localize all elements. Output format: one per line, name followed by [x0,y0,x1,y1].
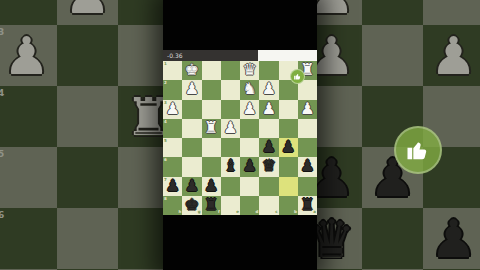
white-pawn: ♟ [242,101,256,118]
square-h6[interactable]: 6 [163,157,182,176]
file-label: b [294,210,297,214]
background-square-g6 [57,208,118,269]
background-square-g3 [57,25,118,86]
eval-score: -0.36 [167,52,183,59]
square-c3[interactable]: ♟ [259,100,278,119]
square-f8[interactable]: f♜ [202,196,221,215]
background-white-pawn: ♟ [430,30,477,82]
black-pawn: ♟ [204,178,218,195]
square-h8[interactable]: 8h [163,196,182,215]
square-f6[interactable] [202,157,221,176]
white-pawn: ♟ [262,101,276,118]
square-d8[interactable]: d [240,196,259,215]
square-b4[interactable] [279,119,298,138]
square-f1[interactable] [202,61,221,80]
rank-label: 1 [164,62,167,66]
square-h7[interactable]: 7♟ [163,177,182,196]
background-square-a2 [423,0,480,25]
file-label: g [198,210,201,214]
rank-label: 4 [164,120,167,124]
white-pawn: ♟ [300,101,314,118]
black-pawn: ♟ [165,178,179,195]
square-e4[interactable]: ♟ [221,119,240,138]
square-c1[interactable] [259,61,278,80]
square-d3[interactable]: ♟ [240,100,259,119]
white-pawn: ♟ [262,81,276,98]
square-e5[interactable] [221,138,240,157]
square-a7[interactable] [298,177,317,196]
background-square-g5 [57,147,118,208]
square-c2[interactable]: ♟ [259,80,278,99]
white-queen: ♛ [242,62,256,79]
square-g6[interactable] [182,157,201,176]
square-b8[interactable]: b [279,196,298,215]
square-h2[interactable]: 2 [163,80,182,99]
background-square-a6: ♟ [423,208,480,269]
black-pawn: ♟ [242,158,256,175]
rank-label: 6 [164,158,167,162]
rank-label: 3 [164,101,167,105]
square-d6[interactable]: ♟ [240,157,259,176]
square-e7[interactable] [221,177,240,196]
background-square-b2 [362,0,423,25]
top-letterbox [163,0,317,50]
file-label: h [178,210,181,214]
file-label: a [313,210,316,214]
square-h3[interactable]: 3♟ [163,100,182,119]
square-f7[interactable]: ♟ [202,177,221,196]
square-f5[interactable] [202,138,221,157]
black-pawn: ♟ [300,158,314,175]
video-frame: ♟♞♟3♟♟♟♟4♜♟5♟♟6♝♟♛♟♟♟♟ -0.36 1♚♛♜2♟♞♟3♟♟… [0,0,480,270]
white-pawn: ♟ [185,81,199,98]
background-square-h4: 4 [0,86,57,147]
background-rank-label: 4 [0,88,4,98]
square-a5[interactable] [298,138,317,157]
chess-board: 1♚♛♜2♟♞♟3♟♟♟♟4♜♟5♟♟6♝♟♛♟7♟♟♟8hg♚f♜edcba♜ [163,61,317,215]
white-pawn: ♟ [165,101,179,118]
square-a8[interactable]: a♜ [298,196,317,215]
square-d5[interactable] [240,138,259,157]
square-h5[interactable]: 5 [163,138,182,157]
square-e8[interactable]: e [221,196,240,215]
white-king: ♚ [185,62,199,79]
background-white-pawn: ♟ [64,0,111,21]
background-square-h2 [0,0,57,25]
excellent-move-badge [290,69,305,84]
square-c6[interactable]: ♛ [259,157,278,176]
square-g1[interactable]: ♚ [182,61,201,80]
square-g7[interactable]: ♟ [182,177,201,196]
square-a3[interactable]: ♟ [298,100,317,119]
square-b7[interactable] [279,177,298,196]
black-bishop: ♝ [223,158,237,175]
square-e3[interactable] [221,100,240,119]
background-rank-label: 5 [0,149,4,159]
thumbs-up-icon [293,72,302,81]
square-c4[interactable] [259,119,278,138]
square-d2[interactable]: ♞ [240,80,259,99]
thumbs-up-icon [404,136,432,164]
file-label: c [275,210,277,214]
square-d7[interactable] [240,177,259,196]
background-black-pawn: ♟ [430,213,477,265]
background-square-h3: 3♟ [0,25,57,86]
background-square-h5: 5 [0,147,57,208]
rank-label: 5 [164,139,167,143]
square-a4[interactable] [298,119,317,138]
file-label: f [218,210,220,214]
black-pawn: ♟ [185,178,199,195]
white-rook: ♜ [204,120,218,137]
background-square-b3 [362,25,423,86]
square-b5[interactable]: ♟ [279,138,298,157]
square-f3[interactable] [202,100,221,119]
square-a6[interactable]: ♟ [298,157,317,176]
rank-label: 8 [164,197,167,201]
background-square-h6: 6 [0,208,57,269]
black-queen: ♛ [262,158,276,175]
square-g2[interactable]: ♟ [182,80,201,99]
background-square-b6 [362,208,423,269]
square-d4[interactable] [240,119,259,138]
square-f4[interactable]: ♜ [202,119,221,138]
square-e2[interactable] [221,80,240,99]
rank-label: 7 [164,178,167,182]
background-white-pawn: ♟ [3,30,50,82]
square-h4[interactable]: 4 [163,119,182,138]
square-e1[interactable] [221,61,240,80]
background-square-a3: ♟ [423,25,480,86]
black-pawn: ♟ [262,139,276,156]
background-excellent-move-badge [394,126,442,174]
file-label: e [236,210,239,214]
square-h1[interactable]: 1 [163,61,182,80]
video-column: -0.36 1♚♛♜2♟♞♟3♟♟♟♟4♜♟5♟♟6♝♟♛♟7♟♟♟8hg♚f♜… [163,0,317,270]
white-pawn: ♟ [223,120,237,137]
square-g3[interactable] [182,100,201,119]
background-square-g2: ♟ [57,0,118,25]
black-rook: ♜ [204,197,218,214]
square-b3[interactable] [279,100,298,119]
square-b6[interactable] [279,157,298,176]
background-square-g4 [57,86,118,147]
file-label: d [255,210,258,214]
square-c8[interactable]: c [259,196,278,215]
background-rank-label: 3 [0,27,4,37]
black-pawn: ♟ [281,139,295,156]
square-g4[interactable] [182,119,201,138]
square-g8[interactable]: g♚ [182,196,201,215]
background-rank-label: 6 [0,210,4,220]
square-g5[interactable] [182,138,201,157]
square-f2[interactable] [202,80,221,99]
square-e6[interactable]: ♝ [221,157,240,176]
white-knight: ♞ [242,81,256,98]
square-c7[interactable] [259,177,278,196]
square-c5[interactable]: ♟ [259,138,278,157]
square-d1[interactable]: ♛ [240,61,259,80]
rank-label: 2 [164,81,167,85]
bottom-letterbox [163,215,317,270]
